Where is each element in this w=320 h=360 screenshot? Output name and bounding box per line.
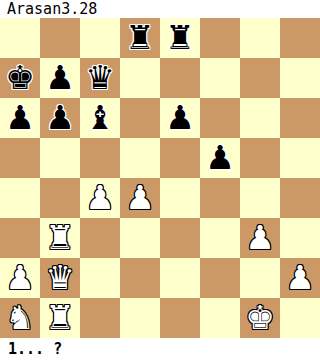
- square-a6[interactable]: ♟: [0, 98, 40, 138]
- square-c1[interactable]: [80, 298, 120, 338]
- window-title: Arasan3.28: [7, 0, 97, 18]
- square-b1[interactable]: ♜: [40, 298, 80, 338]
- square-a3[interactable]: [0, 218, 40, 258]
- black-pawn[interactable]: ♟: [0, 98, 40, 138]
- black-pawn[interactable]: ♟: [40, 98, 80, 138]
- square-e2[interactable]: [160, 258, 200, 298]
- square-f1[interactable]: [200, 298, 240, 338]
- white-king[interactable]: ♚: [240, 298, 280, 338]
- square-c2[interactable]: [80, 258, 120, 298]
- square-g5[interactable]: [240, 138, 280, 178]
- black-king[interactable]: ♚: [0, 58, 40, 98]
- square-g8[interactable]: [240, 18, 280, 58]
- square-b8[interactable]: [40, 18, 80, 58]
- title-bar: Arasan3.28: [0, 0, 320, 18]
- black-pawn[interactable]: ♟: [40, 58, 80, 98]
- square-g3[interactable]: ♟: [240, 218, 280, 258]
- square-h1[interactable]: [280, 298, 320, 338]
- white-pawn[interactable]: ♟: [80, 178, 120, 218]
- square-h2[interactable]: ♟: [280, 258, 320, 298]
- square-e8[interactable]: ♜: [160, 18, 200, 58]
- square-e3[interactable]: [160, 218, 200, 258]
- chess-board[interactable]: ♜♜♚♟♛♟♟♝♟♟♟♟♜♟♟♛♟♞♜♚: [0, 18, 320, 338]
- black-rook[interactable]: ♜: [160, 18, 200, 58]
- black-bishop[interactable]: ♝: [80, 98, 120, 138]
- square-c4[interactable]: ♟: [80, 178, 120, 218]
- white-pawn[interactable]: ♟: [120, 178, 160, 218]
- square-g6[interactable]: [240, 98, 280, 138]
- square-h3[interactable]: [280, 218, 320, 258]
- square-g7[interactable]: [240, 58, 280, 98]
- white-queen[interactable]: ♛: [40, 258, 80, 298]
- square-d7[interactable]: [120, 58, 160, 98]
- white-pawn[interactable]: ♟: [280, 258, 320, 298]
- square-d5[interactable]: [120, 138, 160, 178]
- square-c8[interactable]: [80, 18, 120, 58]
- square-a8[interactable]: [0, 18, 40, 58]
- white-knight[interactable]: ♞: [0, 298, 40, 338]
- square-f7[interactable]: [200, 58, 240, 98]
- square-h6[interactable]: [280, 98, 320, 138]
- move-prompt: 1... ?: [8, 340, 62, 358]
- square-e1[interactable]: [160, 298, 200, 338]
- white-pawn[interactable]: ♟: [0, 258, 40, 298]
- square-h5[interactable]: [280, 138, 320, 178]
- black-pawn[interactable]: ♟: [200, 138, 240, 178]
- square-a7[interactable]: ♚: [0, 58, 40, 98]
- square-b4[interactable]: [40, 178, 80, 218]
- white-rook[interactable]: ♜: [40, 298, 80, 338]
- square-d1[interactable]: [120, 298, 160, 338]
- square-b3[interactable]: ♜: [40, 218, 80, 258]
- square-e5[interactable]: [160, 138, 200, 178]
- square-b5[interactable]: [40, 138, 80, 178]
- square-f4[interactable]: [200, 178, 240, 218]
- square-c3[interactable]: [80, 218, 120, 258]
- square-h8[interactable]: [280, 18, 320, 58]
- square-e4[interactable]: [160, 178, 200, 218]
- black-queen[interactable]: ♛: [80, 58, 120, 98]
- square-d3[interactable]: [120, 218, 160, 258]
- square-f3[interactable]: [200, 218, 240, 258]
- square-f6[interactable]: [200, 98, 240, 138]
- square-c6[interactable]: ♝: [80, 98, 120, 138]
- square-e7[interactable]: [160, 58, 200, 98]
- square-f2[interactable]: [200, 258, 240, 298]
- square-d2[interactable]: [120, 258, 160, 298]
- square-b6[interactable]: ♟: [40, 98, 80, 138]
- square-d8[interactable]: ♜: [120, 18, 160, 58]
- square-a4[interactable]: [0, 178, 40, 218]
- square-a1[interactable]: ♞: [0, 298, 40, 338]
- square-c5[interactable]: [80, 138, 120, 178]
- square-a2[interactable]: ♟: [0, 258, 40, 298]
- square-h7[interactable]: [280, 58, 320, 98]
- square-e6[interactable]: ♟: [160, 98, 200, 138]
- white-pawn[interactable]: ♟: [240, 218, 280, 258]
- black-pawn[interactable]: ♟: [160, 98, 200, 138]
- status-bar: 1... ?: [0, 338, 320, 360]
- white-rook[interactable]: ♜: [40, 218, 80, 258]
- square-b2[interactable]: ♛: [40, 258, 80, 298]
- square-d6[interactable]: [120, 98, 160, 138]
- square-g1[interactable]: ♚: [240, 298, 280, 338]
- square-g2[interactable]: [240, 258, 280, 298]
- square-f8[interactable]: [200, 18, 240, 58]
- black-rook[interactable]: ♜: [120, 18, 160, 58]
- square-a5[interactable]: [0, 138, 40, 178]
- square-h4[interactable]: [280, 178, 320, 218]
- square-f5[interactable]: ♟: [200, 138, 240, 178]
- arasan-window: Arasan3.28 ♜♜♚♟♛♟♟♝♟♟♟♟♜♟♟♛♟♞♜♚ 1... ?: [0, 0, 320, 360]
- square-g4[interactable]: [240, 178, 280, 218]
- square-d4[interactable]: ♟: [120, 178, 160, 218]
- square-b7[interactable]: ♟: [40, 58, 80, 98]
- square-c7[interactable]: ♛: [80, 58, 120, 98]
